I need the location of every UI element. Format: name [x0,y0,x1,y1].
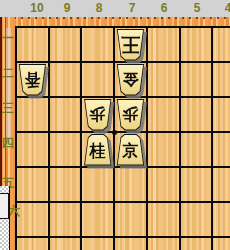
column-label-7: 7 [120,1,144,15]
piece-kanji: 金 [116,71,145,87]
shogi-piece-香-10二[interactable]: 香 [18,64,47,96]
row-label-1: 一 [0,31,16,45]
column-label-10: 10 [25,1,49,15]
row-label-2: 二 [0,66,16,80]
piece-kanji: 歩 [83,106,112,122]
piece-kanji: 香 [18,71,47,87]
scrollbar-separator [9,186,10,250]
row-label-3: 三 [0,101,16,115]
grid-line-horizontal [15,236,230,238]
shogi-board[interactable]: 王香金歩歩桂京 [15,26,230,250]
grid-line-vertical [80,26,82,250]
piece-kanji: 桂 [83,142,112,158]
column-label-9: 9 [55,1,79,15]
grid-line-vertical [113,26,115,250]
shogi-piece-桂-8四[interactable]: 桂 [83,134,112,166]
shogi-variants-window: 一二三四五六 王香金歩歩桂京 10987654 [0,0,230,250]
shogi-piece-王-7一[interactable]: 王 [116,29,145,61]
shogi-piece-歩-8三[interactable]: 歩 [83,99,112,131]
shogi-piece-歩-7三[interactable]: 歩 [116,99,145,131]
shogi-piece-京-7四[interactable]: 京 [116,134,145,166]
grid-line-vertical [211,26,213,250]
wood-plank-highlight [6,28,11,148]
column-label-6: 6 [152,1,176,15]
column-label-4: 4 [216,1,230,15]
vertical-scrollbar[interactable] [0,186,9,250]
grid-line-vertical [146,26,148,250]
grid-line-horizontal [15,201,230,203]
column-label-8: 8 [87,1,111,15]
grid-line-vertical [179,26,181,250]
grid-line-horizontal [15,166,230,168]
scrollbar-thumb[interactable] [0,193,9,219]
piece-kanji: 歩 [116,106,145,122]
row-label-4: 四 [0,136,16,150]
top-coordinate-bar: 10987654 [0,0,230,17]
window-left-edge [0,15,2,186]
grid-line-vertical [48,26,50,250]
piece-kanji: 王 [116,34,145,53]
column-label-5: 5 [185,1,209,15]
piece-kanji: 京 [116,142,145,158]
board-top-frame [0,17,230,26]
shogi-piece-金-7二[interactable]: 金 [116,64,145,96]
